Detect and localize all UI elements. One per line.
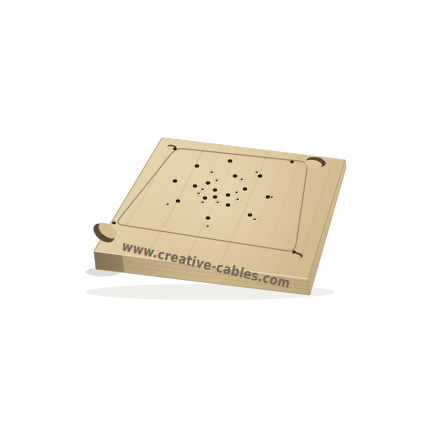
- wooden-board-photo: www.creative-cables.com: [0, 0, 440, 440]
- hole-black: [206, 181, 211, 185]
- hole-black: [213, 195, 218, 199]
- hole-white: [253, 218, 258, 222]
- hole-black: [248, 213, 253, 217]
- hole-white: [255, 171, 260, 175]
- hole-corner: [112, 222, 116, 226]
- hole-white: [166, 203, 171, 207]
- hole-black: [173, 179, 178, 183]
- hole-black: [206, 216, 211, 220]
- hole-black: [176, 199, 181, 203]
- hole-white: [235, 191, 240, 195]
- hole-corner: [292, 251, 296, 255]
- hole-black: [243, 187, 248, 191]
- hole-black: [193, 184, 198, 188]
- hole-white: [201, 188, 206, 192]
- hole-white: [210, 171, 215, 175]
- hole-white: [206, 225, 211, 229]
- hole-white: [236, 198, 241, 202]
- hole-black: [226, 193, 231, 197]
- hole-corner: [290, 161, 294, 165]
- hole-white: [270, 196, 275, 200]
- product-photo: www.creative-cables.com: [0, 0, 440, 440]
- hole-corner: [173, 148, 177, 152]
- hole-black: [228, 159, 233, 163]
- hole-black: [226, 203, 231, 207]
- hole-black: [195, 164, 200, 168]
- hole-black: [213, 188, 218, 192]
- hole-white: [216, 201, 221, 205]
- hole-black: [203, 196, 208, 200]
- hole-white: [197, 192, 202, 196]
- hole-white: [201, 201, 206, 205]
- hole-white: [240, 178, 245, 182]
- hole-black: [233, 174, 238, 178]
- hole-white: [215, 179, 220, 183]
